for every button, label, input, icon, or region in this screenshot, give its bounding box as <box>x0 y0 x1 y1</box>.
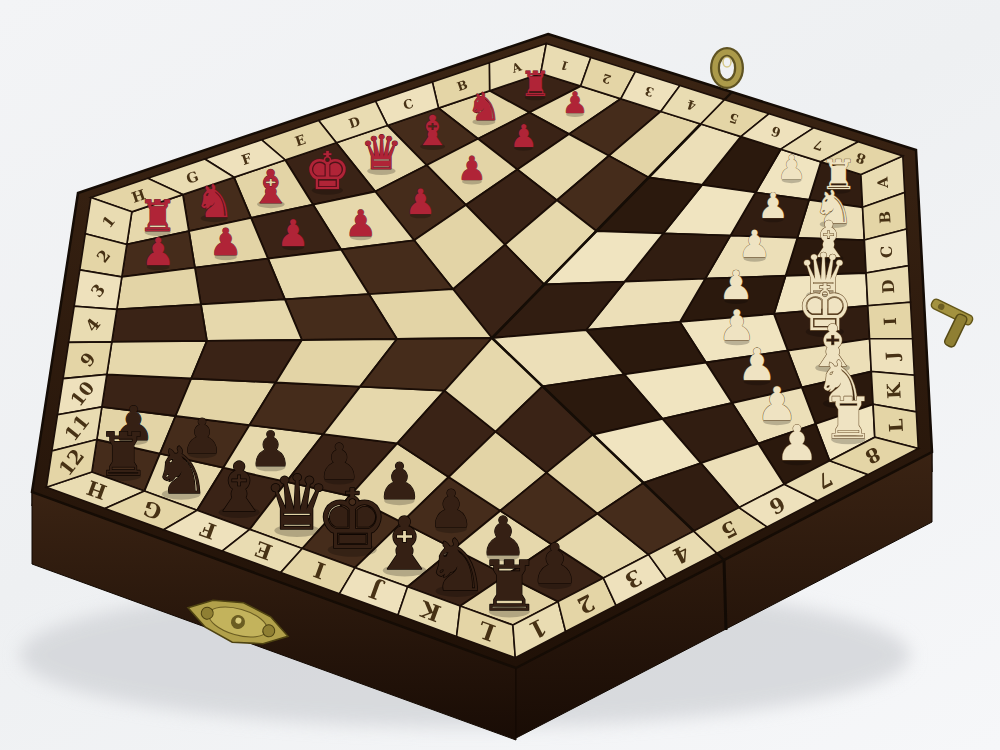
piece-red-N-B1[interactable]: ♞ <box>467 84 501 129</box>
piece-dark-R-L1[interactable]: ♜ <box>479 547 540 626</box>
piece-dark-B-F1[interactable]: ♝ <box>208 448 269 527</box>
piece-dark-R-H1[interactable]: ♜ <box>97 420 150 489</box>
cell-red-G4[interactable] <box>201 299 302 341</box>
cell-red-G3[interactable] <box>195 259 285 305</box>
piece-white-P-C2[interactable]: ♟ <box>738 222 772 266</box>
border-label-white-home-L: L <box>884 418 907 432</box>
piece-red-R-A1[interactable]: ♜ <box>520 64 551 104</box>
border-label-white-home-B: B <box>876 211 894 224</box>
piece-white-P-L2[interactable]: ♟ <box>775 415 818 471</box>
border-label-white-home-A: A <box>874 176 891 190</box>
piece-white-P-A2[interactable]: ♟ <box>777 148 807 187</box>
border-label-white-home-D: D <box>878 279 898 294</box>
piece-dark-N-G1[interactable]: ♞ <box>152 433 210 508</box>
piece-red-P-D2[interactable]: ♟ <box>405 181 436 222</box>
piece-red-B-F1[interactable]: ♝ <box>250 160 291 214</box>
piece-red-K-E1[interactable]: ♚ <box>304 141 351 201</box>
border-label-white-home-I: I <box>880 317 900 326</box>
piece-red-P-H2[interactable]: ♟ <box>141 230 175 274</box>
cell-red-H4[interactable] <box>112 304 207 342</box>
piece-red-P-B2[interactable]: ♟ <box>509 118 537 154</box>
piece-red-P-A2[interactable]: ♟ <box>562 86 589 120</box>
three-player-chess-photo: ABCDEFGHABCDIJKLHGFEIJKL1234910111212345… <box>0 0 1000 750</box>
piece-white-R-L1[interactable]: ♜ <box>823 385 874 451</box>
piece-red-P-F2[interactable]: ♟ <box>277 212 310 255</box>
piece-white-P-B2[interactable]: ♟ <box>757 185 789 226</box>
piece-red-Q-D1[interactable]: ♛ <box>360 125 402 180</box>
cell-dark-H4[interactable] <box>107 341 207 379</box>
fold-seam-side <box>724 560 726 630</box>
piece-red-P-E2[interactable]: ♟ <box>345 202 378 245</box>
three-player-chess-board: ABCDEFGHABCDIJKLHGFEIJKL1234910111212345… <box>0 0 1000 750</box>
piece-red-P-G2[interactable]: ♟ <box>209 220 242 264</box>
border-label-white-home-K: K <box>883 381 905 399</box>
border-label-white-home-C: C <box>877 245 897 258</box>
piece-red-B-C1[interactable]: ♝ <box>414 106 451 155</box>
ring-clasp <box>715 52 739 84</box>
piece-red-P-C2[interactable]: ♟ <box>457 149 487 188</box>
